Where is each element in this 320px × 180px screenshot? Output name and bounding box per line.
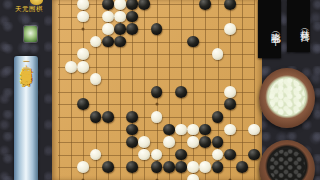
black-stone [151,161,163,173]
black-stone [224,0,236,10]
black-stone [126,161,138,173]
white-stone [224,86,236,98]
white-stone [187,136,199,148]
white-stone [114,11,126,23]
black-stone [212,136,224,148]
black-stone [151,23,163,35]
black-stones-heap [269,149,305,180]
black-stone [175,86,187,98]
black-stone [114,23,126,35]
broadcast-frame: 天元围棋 第 十一 届中日擂台赛 晓春（中） 林觉（日） [0,0,320,180]
hoshi-star-point [228,178,231,180]
channel-emblem-icon [24,26,37,42]
white-stone [187,174,199,180]
white-stone [212,48,224,60]
white-stone [102,11,114,23]
black-stone [77,98,89,110]
white-stone [90,36,102,48]
grid-line-horizontal [58,42,255,43]
grid-line-vertical [59,0,60,180]
white-stone [65,61,77,73]
black-stone [224,149,236,161]
black-stone [199,136,211,148]
white-stone [102,23,114,35]
black-stone [212,161,224,173]
white-stone [212,149,224,161]
channel-logo: 天元围棋 [15,6,49,13]
hoshi-star-point [155,103,158,106]
white-stone [77,11,89,23]
white-stone [224,124,236,136]
black-stone [212,111,224,123]
black-stone [102,0,114,10]
black-stone [102,161,114,173]
black-stone [199,0,211,10]
black-stone [126,0,138,10]
hoshi-star-point [155,178,158,180]
white-stone [77,61,89,73]
black-stone [138,0,150,10]
white-stone-bowl [259,68,315,128]
black-stone [90,111,102,123]
black-stone [102,111,114,123]
grid-line-vertical [242,0,243,180]
event-banner: 第 十一 届中日擂台赛 [14,56,38,180]
black-stone [175,149,187,161]
black-stone [236,161,248,173]
player-plate-right: 林觉（日） [287,0,310,52]
white-stone [77,161,89,173]
grid-line-horizontal [58,142,255,143]
grid-line-vertical [193,0,194,180]
grid-line-vertical [71,0,72,180]
black-stone [187,36,199,48]
hoshi-star-point [82,28,85,31]
black-stone [248,149,260,161]
white-stone [175,124,187,136]
white-stone [138,136,150,148]
black-stone [102,36,114,48]
black-stone [163,161,175,173]
white-stone [90,149,102,161]
white-stone [248,124,260,136]
player-plate-left: 晓春（中） [258,0,281,58]
black-stone [126,11,138,23]
black-stone [126,124,138,136]
banner-suffix: 届中日擂台赛 [19,59,34,65]
black-stone [163,124,175,136]
white-stone [138,149,150,161]
grid-line-vertical [205,0,206,180]
black-stone [126,111,138,123]
hoshi-star-point [82,178,85,180]
white-stone [151,111,163,123]
white-stone [224,23,236,35]
black-stone [175,161,187,173]
white-stone [90,73,102,85]
white-stone [187,161,199,173]
black-stone [151,86,163,98]
white-stone [187,124,199,136]
white-stone [163,136,175,148]
black-stone [224,98,236,110]
grid-line-horizontal [58,79,255,80]
white-stone [114,0,126,10]
black-stone [126,23,138,35]
black-stone [126,136,138,148]
white-stone [199,161,211,173]
black-stone [114,36,126,48]
white-stone [77,0,89,10]
black-stone [199,124,211,136]
go-board [52,0,262,180]
white-stone [151,149,163,161]
grid-line-vertical [169,0,170,180]
white-stones-heap [269,78,305,116]
white-stone [77,48,89,60]
